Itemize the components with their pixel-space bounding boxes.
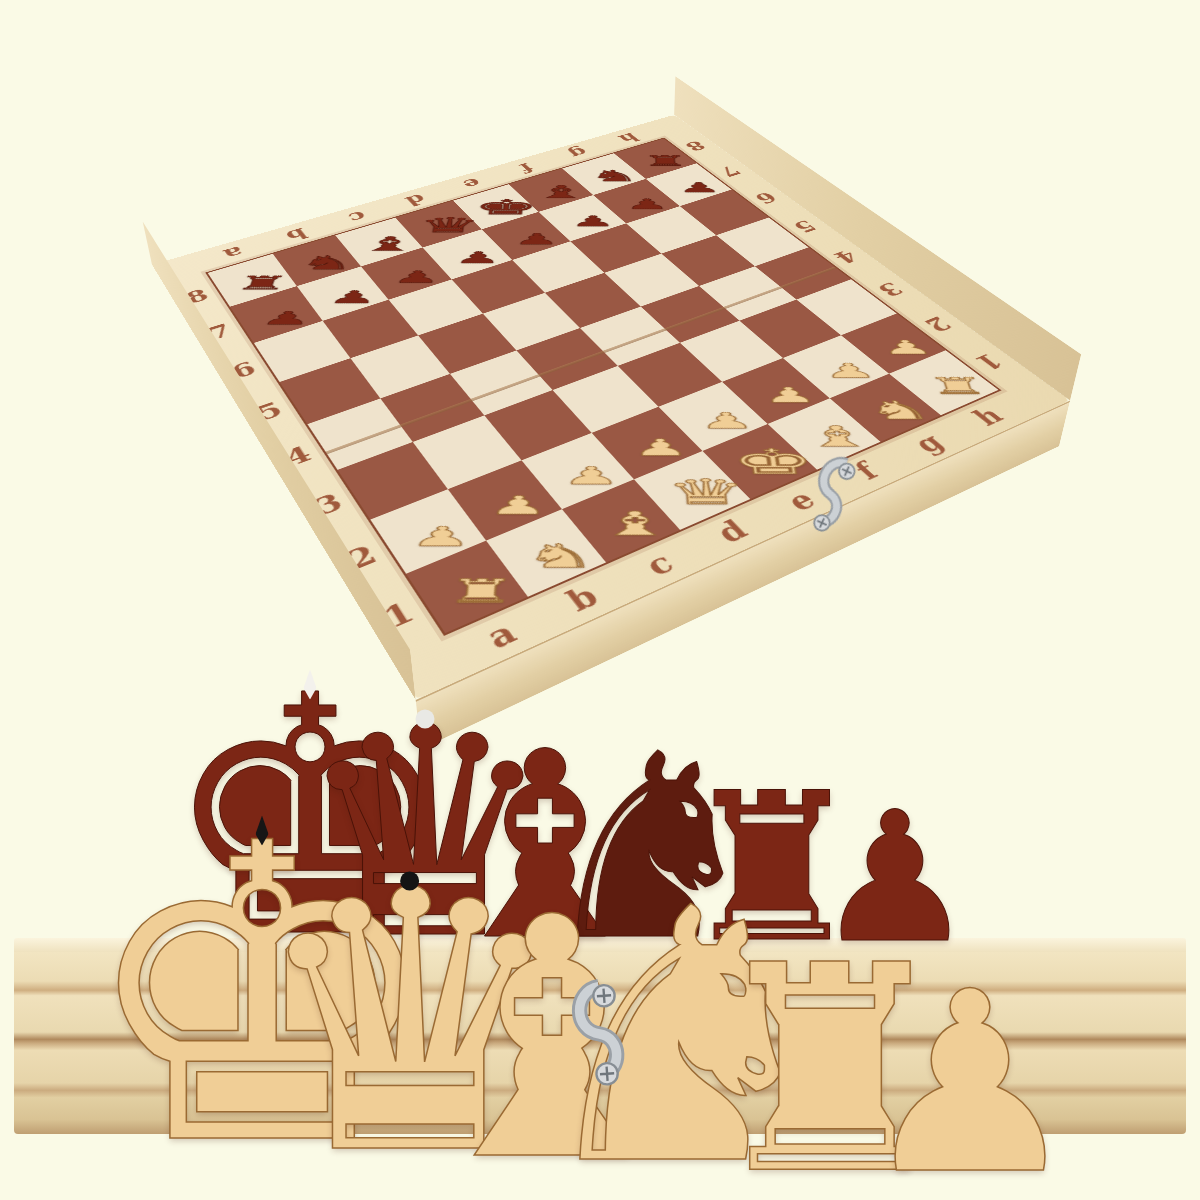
square-c4 [450, 350, 553, 415]
piece-light-knight-g1: ♞ [870, 363, 935, 421]
piece-light-pawn-g2: ♟ [825, 332, 878, 379]
square-c2: ♟ [522, 433, 634, 509]
folded-board-scene: ♚♛♝♞♜♟ ♚♛♝♞♜♟ [0, 660, 1200, 1200]
piece-light-pawn-c2: ♟ [562, 434, 620, 486]
piece-light-king-e1: ♚ [733, 401, 817, 476]
piece-light-pawn-b2: ♟ [488, 463, 548, 516]
piece-light-pawn-d2: ♟ [633, 407, 690, 458]
piece-light-pawn-a2: ♟ [410, 493, 471, 548]
open-board-scene: 87654321 87654321 abcdefgh abcdefgh ♜♞♝♛… [0, 0, 1200, 720]
product-photo-wooden-chess-set: { "game": "chess", "scene_description": … [0, 0, 1200, 1200]
square-b4 [380, 374, 484, 442]
metal-latch-icon [562, 968, 643, 1103]
square-d2: ♟ [592, 407, 703, 480]
square-h1: ♜ [889, 350, 998, 415]
playing-area: ♜♞♝♛♚♝♞♜♟♟♟♟♟♟♟♟♟♟♟♟♟♟♟♟♜♞♝♛♚♝♞♜ [208, 139, 999, 634]
square-d3 [553, 366, 659, 433]
lineup-light-pawn: ♟ [858, 984, 1082, 1184]
chessboard: 87654321 87654321 abcdefgh abcdefgh ♜♞♝♛… [152, 115, 1070, 700]
square-e2: ♟ [658, 382, 767, 451]
square-b3 [413, 415, 522, 489]
square-e3 [618, 343, 722, 407]
chessboard-grid: ♜♞♝♛♚♝♞♜♟♟♟♟♟♟♟♟♟♟♟♟♟♟♟♟♜♞♝♛♚♝♞♜ [208, 139, 999, 634]
piece-light-bishop-f1: ♝ [805, 385, 875, 448]
square-c3 [484, 390, 591, 460]
piece-light-rook-a1: ♜ [445, 541, 516, 604]
square-d4 [516, 328, 617, 390]
piece-light-knight-b1: ♞ [523, 504, 597, 570]
square-f2: ♟ [722, 358, 830, 424]
square-b2: ♟ [448, 460, 562, 540]
piece-light-pawn-e2: ♟ [700, 381, 755, 430]
square-b5 [350, 335, 450, 398]
piece-light-queen-d1: ♛ [666, 432, 748, 505]
piece-light-bishop-c1: ♝ [598, 469, 674, 537]
piece-light-pawn-f2: ♟ [764, 356, 818, 404]
square-g2: ♟ [783, 335, 889, 398]
square-f3 [680, 321, 783, 382]
